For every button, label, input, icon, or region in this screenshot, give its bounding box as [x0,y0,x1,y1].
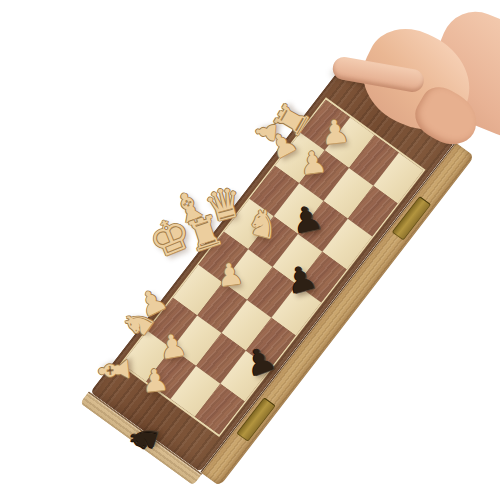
chess-piece-white-bishop: ♝ [164,182,214,232]
chess-piece-white-pawn: ♟ [252,118,280,146]
chess-piece-white-king: ♚ [140,207,200,267]
chess-board-box [90,62,455,472]
product-photo-scene: ♜♟♟♟♟♝♛♚♜♞♟♟♞♟♝♟♟♟♟♞ [0,0,500,490]
